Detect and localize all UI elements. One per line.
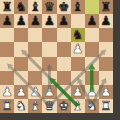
white-rook[interactable]: ♜ xyxy=(100,99,111,112)
square-c7[interactable]: ♟ xyxy=(28,14,42,28)
chess-board[interactable]: ♜♞♝♛♚♝♜♟♟♟♟♟♟♟♞♟♟♟♟♟♟♟♟♜♞♝♛♚♝♞♜ xyxy=(0,0,113,113)
white-pawn[interactable]: ♟ xyxy=(1,85,12,98)
black-king[interactable]: ♚ xyxy=(58,0,69,13)
square-b7[interactable]: ♟ xyxy=(14,14,28,28)
square-h7[interactable]: ♟ xyxy=(99,14,113,28)
square-h6[interactable] xyxy=(99,28,113,42)
square-h5[interactable] xyxy=(99,42,113,56)
black-pawn[interactable]: ♟ xyxy=(1,14,12,27)
white-queen[interactable]: ♛ xyxy=(44,99,55,112)
white-pawn[interactable]: ♟ xyxy=(72,43,83,56)
square-d1[interactable]: ♛ xyxy=(42,99,56,113)
square-c5[interactable] xyxy=(28,42,42,56)
white-knight[interactable]: ♞ xyxy=(86,99,97,112)
black-pawn[interactable]: ♟ xyxy=(44,14,55,27)
black-bishop[interactable]: ♝ xyxy=(30,0,41,13)
black-pawn[interactable]: ♟ xyxy=(16,14,27,27)
black-knight[interactable]: ♞ xyxy=(16,0,27,13)
square-a7[interactable]: ♟ xyxy=(0,14,14,28)
square-c1[interactable]: ♝ xyxy=(28,99,42,113)
square-e6[interactable] xyxy=(57,28,71,42)
window-edge-bottom xyxy=(0,113,120,120)
chess-app-viewport: ♜♞♝♛♚♝♜♟♟♟♟♟♟♟♞♟♟♟♟♟♟♟♟♜♞♝♛♚♝♞♜ xyxy=(0,0,120,120)
window-edge-right xyxy=(113,0,120,120)
white-pawn[interactable]: ♟ xyxy=(30,85,41,98)
square-g7[interactable]: ♟ xyxy=(85,14,99,28)
black-pawn[interactable]: ♟ xyxy=(86,14,97,27)
square-d7[interactable]: ♟ xyxy=(42,14,56,28)
white-king[interactable]: ♚ xyxy=(58,99,69,112)
square-a6[interactable] xyxy=(0,28,14,42)
white-pawn[interactable]: ♟ xyxy=(72,85,83,98)
square-b1[interactable]: ♞ xyxy=(14,99,28,113)
square-f1[interactable]: ♝ xyxy=(71,99,85,113)
square-h1[interactable]: ♜ xyxy=(99,99,113,113)
square-d5[interactable] xyxy=(42,42,56,56)
black-rook[interactable]: ♜ xyxy=(100,0,111,13)
black-knight[interactable]: ♞ xyxy=(72,29,83,42)
square-f4[interactable] xyxy=(71,57,85,71)
white-pawn[interactable]: ♟ xyxy=(44,85,55,98)
square-d4[interactable] xyxy=(42,57,56,71)
white-pawn[interactable]: ♟ xyxy=(100,85,111,98)
square-c6[interactable] xyxy=(28,28,42,42)
square-g4[interactable] xyxy=(85,57,99,71)
square-e5[interactable] xyxy=(57,42,71,56)
white-rook[interactable]: ♜ xyxy=(1,99,12,112)
square-h4[interactable] xyxy=(99,57,113,71)
black-pawn[interactable]: ♟ xyxy=(100,14,111,27)
square-e7[interactable]: ♟ xyxy=(57,14,71,28)
white-knight[interactable]: ♞ xyxy=(16,99,27,112)
square-e3[interactable] xyxy=(57,71,71,85)
square-a4[interactable] xyxy=(0,57,14,71)
square-a1[interactable]: ♜ xyxy=(0,99,14,113)
white-pawn[interactable]: ♟ xyxy=(86,85,97,98)
square-b6[interactable] xyxy=(14,28,28,42)
square-g1[interactable]: ♞ xyxy=(85,99,99,113)
black-pawn[interactable]: ♟ xyxy=(58,14,69,27)
square-b4[interactable] xyxy=(14,57,28,71)
white-pawn[interactable]: ♟ xyxy=(16,85,27,98)
square-d6[interactable] xyxy=(42,28,56,42)
square-f8[interactable]: ♝ xyxy=(71,0,85,14)
square-g5[interactable] xyxy=(85,42,99,56)
black-rook[interactable]: ♜ xyxy=(1,0,12,13)
square-e4[interactable] xyxy=(57,57,71,71)
black-pawn[interactable]: ♟ xyxy=(30,14,41,27)
square-b5[interactable] xyxy=(14,42,28,56)
square-c4[interactable] xyxy=(28,57,42,71)
square-a5[interactable] xyxy=(0,42,14,56)
square-e1[interactable]: ♚ xyxy=(57,99,71,113)
white-bishop[interactable]: ♝ xyxy=(72,99,83,112)
black-bishop[interactable]: ♝ xyxy=(72,0,83,13)
white-bishop[interactable]: ♝ xyxy=(30,99,41,112)
square-g6[interactable] xyxy=(85,28,99,42)
square-f5[interactable]: ♟ xyxy=(71,42,85,56)
black-queen[interactable]: ♛ xyxy=(44,0,55,13)
